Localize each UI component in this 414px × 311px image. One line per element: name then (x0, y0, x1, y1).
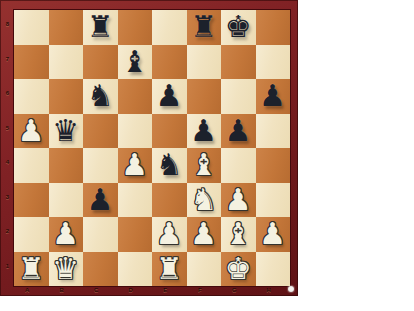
square-c5[interactable] (83, 114, 118, 149)
square-g1[interactable]: ♚ (221, 252, 256, 287)
square-h7[interactable] (256, 45, 291, 80)
file-label-b: B (56, 286, 68, 294)
white-pawn-b2[interactable]: ♟ (52, 217, 79, 252)
square-f5[interactable]: ♟ (187, 114, 222, 149)
square-a5[interactable]: ♟ (14, 114, 49, 149)
square-g3[interactable]: ♟ (221, 183, 256, 218)
square-b4[interactable] (49, 148, 84, 183)
square-h8[interactable] (256, 10, 291, 45)
file-label-f: F (194, 286, 206, 294)
square-b2[interactable]: ♟ (49, 217, 84, 252)
square-h1[interactable] (256, 252, 291, 287)
square-d1[interactable] (118, 252, 153, 287)
board-squares: ♜♜♚♝♞♟♟♟♛♟♟♟♞♝♟♞♟♟♟♟♝♟♜♛♜♚ (14, 10, 290, 286)
square-f2[interactable]: ♟ (187, 217, 222, 252)
rank-label-7: 7 (3, 55, 12, 63)
black-pawn-e6[interactable]: ♟ (156, 79, 183, 114)
rank-label-3: 3 (3, 193, 12, 201)
white-pawn-d4[interactable]: ♟ (121, 148, 148, 183)
square-a4[interactable] (14, 148, 49, 183)
rank-label-2: 2 (3, 227, 12, 235)
square-a2[interactable] (14, 217, 49, 252)
black-queen-b5[interactable]: ♛ (52, 114, 79, 149)
square-d7[interactable]: ♝ (118, 45, 153, 80)
square-f1[interactable] (187, 252, 222, 287)
square-g7[interactable] (221, 45, 256, 80)
black-knight-c6[interactable]: ♞ (87, 79, 114, 114)
white-pawn-f2[interactable]: ♟ (190, 217, 217, 252)
square-e4[interactable]: ♞ (152, 148, 187, 183)
rank-label-8: 8 (3, 20, 12, 28)
black-king-g8[interactable]: ♚ (225, 10, 252, 45)
square-e1[interactable]: ♜ (152, 252, 187, 287)
square-h4[interactable] (256, 148, 291, 183)
white-pawn-a5[interactable]: ♟ (18, 114, 45, 149)
white-rook-a1[interactable]: ♜ (18, 252, 45, 287)
black-rook-c8[interactable]: ♜ (87, 10, 114, 45)
square-d4[interactable]: ♟ (118, 148, 153, 183)
square-c4[interactable] (83, 148, 118, 183)
square-h3[interactable] (256, 183, 291, 218)
white-bishop-f4[interactable]: ♝ (190, 148, 217, 183)
square-b6[interactable] (49, 79, 84, 114)
black-bishop-d7[interactable]: ♝ (121, 45, 148, 80)
square-a3[interactable] (14, 183, 49, 218)
square-e2[interactable]: ♟ (152, 217, 187, 252)
white-king-g1[interactable]: ♚ (225, 252, 252, 287)
black-pawn-f5[interactable]: ♟ (190, 114, 217, 149)
square-d6[interactable] (118, 79, 153, 114)
square-e3[interactable] (152, 183, 187, 218)
square-d8[interactable] (118, 10, 153, 45)
file-label-g: G (228, 286, 240, 294)
square-c2[interactable] (83, 217, 118, 252)
square-h5[interactable] (256, 114, 291, 149)
white-knight-f3[interactable]: ♞ (190, 183, 217, 218)
black-pawn-g5[interactable]: ♟ (225, 114, 252, 149)
square-f7[interactable] (187, 45, 222, 80)
white-rook-e1[interactable]: ♜ (156, 252, 183, 287)
white-pawn-e2[interactable]: ♟ (156, 217, 183, 252)
white-pawn-h2[interactable]: ♟ (259, 217, 286, 252)
rank-label-5: 5 (3, 124, 12, 132)
square-b3[interactable] (49, 183, 84, 218)
square-c6[interactable]: ♞ (83, 79, 118, 114)
rank-label-1: 1 (3, 262, 12, 270)
square-b5[interactable]: ♛ (49, 114, 84, 149)
white-to-move-indicator (288, 286, 294, 292)
square-b7[interactable] (49, 45, 84, 80)
rank-label-6: 6 (3, 89, 12, 97)
square-a7[interactable] (14, 45, 49, 80)
square-f4[interactable]: ♝ (187, 148, 222, 183)
square-a8[interactable] (14, 10, 49, 45)
square-e8[interactable] (152, 10, 187, 45)
square-f8[interactable]: ♜ (187, 10, 222, 45)
file-label-h: H (263, 286, 275, 294)
square-g6[interactable] (221, 79, 256, 114)
file-label-a: A (21, 286, 33, 294)
square-h6[interactable]: ♟ (256, 79, 291, 114)
rank-label-4: 4 (3, 158, 12, 166)
white-queen-b1[interactable]: ♛ (52, 252, 79, 287)
square-b1[interactable]: ♛ (49, 252, 84, 287)
square-d2[interactable] (118, 217, 153, 252)
square-g5[interactable]: ♟ (221, 114, 256, 149)
square-a1[interactable]: ♜ (14, 252, 49, 287)
white-pawn-g3[interactable]: ♟ (225, 183, 252, 218)
file-label-c: C (90, 286, 102, 294)
white-bishop-g2[interactable]: ♝ (225, 217, 252, 252)
square-b8[interactable] (49, 10, 84, 45)
square-e6[interactable]: ♟ (152, 79, 187, 114)
square-f6[interactable] (187, 79, 222, 114)
black-rook-f8[interactable]: ♜ (190, 10, 217, 45)
square-c8[interactable]: ♜ (83, 10, 118, 45)
page: ♜♜♚♝♞♟♟♟♛♟♟♟♞♝♟♞♟♟♟♟♝♟♜♛♜♚ 87654321 ABCD… (0, 0, 414, 311)
square-f3[interactable]: ♞ (187, 183, 222, 218)
square-c1[interactable] (83, 252, 118, 287)
black-pawn-c3[interactable]: ♟ (87, 183, 114, 218)
black-pawn-h6[interactable]: ♟ (259, 79, 286, 114)
file-label-d: D (125, 286, 137, 294)
square-g2[interactable]: ♝ (221, 217, 256, 252)
black-knight-e4[interactable]: ♞ (156, 148, 183, 183)
square-e7[interactable] (152, 45, 187, 80)
square-g4[interactable] (221, 148, 256, 183)
square-h2[interactable]: ♟ (256, 217, 291, 252)
square-g8[interactable]: ♚ (221, 10, 256, 45)
square-c3[interactable]: ♟ (83, 183, 118, 218)
square-d5[interactable] (118, 114, 153, 149)
square-a6[interactable] (14, 79, 49, 114)
file-label-e: E (159, 286, 171, 294)
chess-board: ♜♜♚♝♞♟♟♟♛♟♟♟♞♝♟♞♟♟♟♟♝♟♜♛♜♚ 87654321 ABCD… (0, 0, 298, 296)
square-d3[interactable] (118, 183, 153, 218)
square-c7[interactable] (83, 45, 118, 80)
square-e5[interactable] (152, 114, 187, 149)
